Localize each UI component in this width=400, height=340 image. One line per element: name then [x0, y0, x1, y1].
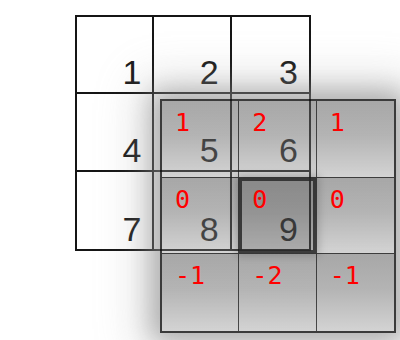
image-cell-7: 7	[77, 172, 154, 249]
image-cell-3: 3	[232, 17, 309, 94]
kernel-cell-r3c1: -1	[162, 254, 239, 331]
convolution-diagram: 1 2 3 4 5 6 7 8 9 1 2 1 0 0 0 -1 -2 -1	[0, 0, 400, 340]
kernel-cell-r1c2: 2	[239, 101, 316, 178]
kernel-cell-r3c2: -2	[239, 254, 316, 331]
image-cell-1: 1	[77, 17, 154, 94]
kernel-cell-r2c2-anchor: 0	[239, 178, 316, 255]
kernel-cell-r2c1: 0	[162, 178, 239, 255]
kernel-cell-r1c1: 1	[162, 101, 239, 178]
image-cell-2: 2	[154, 17, 231, 94]
kernel-cell-r2c3: 0	[317, 178, 394, 255]
kernel-cell-r3c3: -1	[317, 254, 394, 331]
kernel-cell-r1c3: 1	[317, 101, 394, 178]
kernel-grid: 1 2 1 0 0 0 -1 -2 -1	[160, 99, 396, 333]
image-cell-4: 4	[77, 94, 154, 171]
